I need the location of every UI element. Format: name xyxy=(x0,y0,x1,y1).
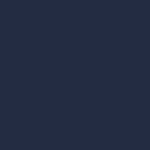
chess-board[interactable] xyxy=(0,0,150,150)
